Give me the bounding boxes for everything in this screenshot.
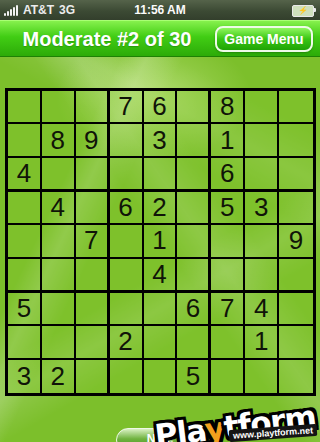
cell-r6c8[interactable]	[245, 259, 279, 293]
cell-r4c5[interactable]: 2	[144, 192, 178, 225]
battery-charging-icon: ⚡	[292, 5, 314, 17]
cell-r1c5[interactable]: 6	[144, 91, 178, 124]
cell-r4c9[interactable]	[279, 192, 313, 225]
cell-r2c2[interactable]: 8	[42, 124, 76, 157]
cell-r9c9[interactable]	[279, 360, 313, 393]
watermark: Playtform www.playtform.net	[160, 392, 320, 442]
cell-r7c8[interactable]: 4	[245, 293, 279, 326]
cell-r4c2[interactable]: 4	[42, 192, 76, 225]
cell-r6c2[interactable]	[42, 259, 76, 293]
status-bar: AT&T 3G 11:56 AM ⚡	[0, 0, 320, 20]
cell-r2c9[interactable]	[279, 124, 313, 157]
cell-r9c5[interactable]	[144, 360, 178, 393]
cell-r4c7[interactable]: 5	[211, 192, 245, 225]
cell-r3c2[interactable]	[42, 158, 76, 192]
cell-r4c4[interactable]: 6	[110, 192, 144, 225]
cell-r3c9[interactable]	[279, 158, 313, 192]
cell-r8c1[interactable]	[8, 326, 42, 359]
cell-r6c7[interactable]	[211, 259, 245, 293]
cell-r7c5[interactable]	[144, 293, 178, 326]
cell-r3c4[interactable]	[110, 158, 144, 192]
cell-r1c7[interactable]: 8	[211, 91, 245, 124]
cell-r1c6[interactable]	[177, 91, 211, 124]
cell-r7c2[interactable]	[42, 293, 76, 326]
cell-r5c4[interactable]	[110, 225, 144, 258]
cell-r3c7[interactable]: 6	[211, 158, 245, 192]
cell-r9c8[interactable]	[245, 360, 279, 393]
cell-r8c2[interactable]	[42, 326, 76, 359]
cell-r6c6[interactable]	[177, 259, 211, 293]
cell-r9c2[interactable]: 2	[42, 360, 76, 393]
lightning-bolt-icon: ⚡	[298, 7, 308, 15]
cell-r9c7[interactable]	[211, 360, 245, 393]
game-menu-button[interactable]: Game Menu	[215, 26, 313, 52]
cell-r6c4[interactable]	[110, 259, 144, 293]
cell-r3c3[interactable]	[76, 158, 110, 192]
cell-r2c4[interactable]	[110, 124, 144, 157]
page-title: Moderate #2 of 30	[0, 21, 214, 57]
cell-r5c6[interactable]	[177, 225, 211, 258]
title-bar: Moderate #2 of 30 Game Menu	[0, 20, 320, 57]
cell-r3c6[interactable]	[177, 158, 211, 192]
cell-r6c3[interactable]	[76, 259, 110, 293]
cell-r4c3[interactable]	[76, 192, 110, 225]
cell-r9c1[interactable]: 3	[8, 360, 42, 393]
cell-r6c9[interactable]	[279, 259, 313, 293]
cell-r7c3[interactable]	[76, 293, 110, 326]
clock: 11:56 AM	[0, 0, 320, 20]
cell-r8c9[interactable]	[279, 326, 313, 359]
cell-r3c5[interactable]	[144, 158, 178, 192]
cell-r9c4[interactable]	[110, 360, 144, 393]
cell-r2c7[interactable]: 1	[211, 124, 245, 157]
cell-r7c4[interactable]	[110, 293, 144, 326]
cell-r8c8[interactable]: 1	[245, 326, 279, 359]
cell-r6c1[interactable]	[8, 259, 42, 293]
cell-r9c6[interactable]: 5	[177, 360, 211, 393]
cell-r8c5[interactable]	[144, 326, 178, 359]
cell-r5c5[interactable]: 1	[144, 225, 178, 258]
cell-r4c1[interactable]	[8, 192, 42, 225]
cell-r7c9[interactable]	[279, 293, 313, 326]
cell-r7c7[interactable]: 7	[211, 293, 245, 326]
cell-r2c6[interactable]	[177, 124, 211, 157]
cell-r2c5[interactable]: 3	[144, 124, 178, 157]
cell-r2c8[interactable]	[245, 124, 279, 157]
cell-r4c8[interactable]: 3	[245, 192, 279, 225]
cell-r1c4[interactable]: 7	[110, 91, 144, 124]
cell-r9c3[interactable]	[76, 360, 110, 393]
cell-r5c2[interactable]	[42, 225, 76, 258]
cell-r8c7[interactable]	[211, 326, 245, 359]
cell-r8c4[interactable]: 2	[110, 326, 144, 359]
cell-r5c3[interactable]: 7	[76, 225, 110, 258]
cell-r1c8[interactable]	[245, 91, 279, 124]
cell-r2c1[interactable]	[8, 124, 42, 157]
cell-r2c3[interactable]: 9	[76, 124, 110, 157]
cell-r3c8[interactable]	[245, 158, 279, 192]
cell-r5c7[interactable]	[211, 225, 245, 258]
cell-r1c2[interactable]	[42, 91, 76, 124]
cell-r7c1[interactable]: 5	[8, 293, 42, 326]
cell-r8c3[interactable]	[76, 326, 110, 359]
cell-r7c6[interactable]: 6	[177, 293, 211, 326]
cell-r4c6[interactable]	[177, 192, 211, 225]
cell-r1c1[interactable]	[8, 91, 42, 124]
cell-r5c1[interactable]	[8, 225, 42, 258]
cell-r1c3[interactable]	[76, 91, 110, 124]
sudoku-board: 768893146462537194567421325	[5, 88, 316, 396]
cell-r8c6[interactable]	[177, 326, 211, 359]
cell-r1c9[interactable]	[279, 91, 313, 124]
cell-r6c5[interactable]: 4	[144, 259, 178, 293]
cell-r3c1[interactable]: 4	[8, 158, 42, 192]
cell-r5c9[interactable]: 9	[279, 225, 313, 258]
cell-r5c8[interactable]	[245, 225, 279, 258]
